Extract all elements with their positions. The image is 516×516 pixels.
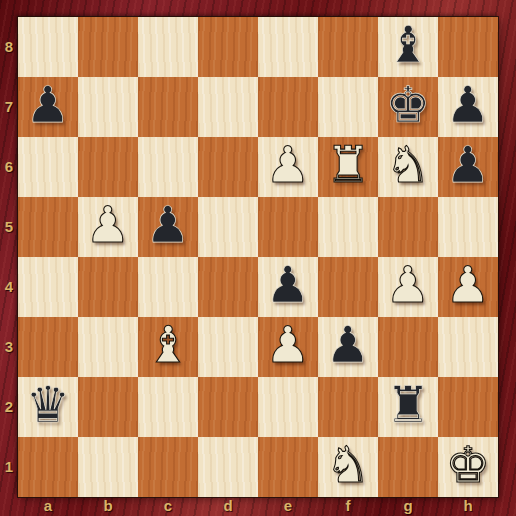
square-c8[interactable] [138,17,198,77]
square-d6[interactable] [198,137,258,197]
square-h6[interactable]: ♟ [438,137,498,197]
piece-black-pawn[interactable]: ♟ [446,80,491,130]
square-d4[interactable] [198,257,258,317]
square-a2[interactable]: ♛ [18,377,78,437]
square-h1[interactable]: ♚ [438,437,498,497]
rank-label-1: 1 [0,437,18,497]
square-b6[interactable] [78,137,138,197]
square-d8[interactable] [198,17,258,77]
square-a8[interactable] [18,17,78,77]
file-label-d: d [198,497,258,516]
square-a3[interactable] [18,317,78,377]
piece-white-rook[interactable]: ♜ [326,140,371,190]
square-g6[interactable]: ♞ [378,137,438,197]
square-b2[interactable] [78,377,138,437]
piece-black-rook[interactable]: ♜ [386,380,431,430]
piece-white-pawn[interactable]: ♟ [86,200,131,250]
square-e7[interactable] [258,77,318,137]
piece-black-pawn[interactable]: ♟ [266,260,311,310]
rank-label-6: 6 [0,137,18,197]
rank-labels: 87654321 [0,17,18,497]
square-b1[interactable] [78,437,138,497]
square-c2[interactable] [138,377,198,437]
square-h3[interactable] [438,317,498,377]
square-e5[interactable] [258,197,318,257]
square-g5[interactable] [378,197,438,257]
rank-label-5: 5 [0,197,18,257]
square-e2[interactable] [258,377,318,437]
piece-black-pawn[interactable]: ♟ [146,200,191,250]
piece-black-pawn[interactable]: ♟ [446,140,491,190]
piece-white-pawn[interactable]: ♟ [266,320,311,370]
square-f5[interactable] [318,197,378,257]
rank-label-4: 4 [0,257,18,317]
piece-white-pawn[interactable]: ♟ [386,260,431,310]
chess-board[interactable]: ♝♟♚♟♟♜♞♟♟♟♟♟♟♝♟♟♛♜♞♚ [18,17,498,497]
piece-white-knight[interactable]: ♞ [386,140,431,190]
file-labels: abcdefgh [18,497,498,516]
square-a6[interactable] [18,137,78,197]
piece-black-queen[interactable]: ♛ [26,380,71,430]
square-c1[interactable] [138,437,198,497]
square-d2[interactable] [198,377,258,437]
square-b7[interactable] [78,77,138,137]
square-b8[interactable] [78,17,138,77]
square-d3[interactable] [198,317,258,377]
square-h7[interactable]: ♟ [438,77,498,137]
square-e1[interactable] [258,437,318,497]
square-c4[interactable] [138,257,198,317]
square-c6[interactable] [138,137,198,197]
square-g7[interactable]: ♚ [378,77,438,137]
file-label-a: a [18,497,78,516]
file-label-c: c [138,497,198,516]
square-d5[interactable] [198,197,258,257]
square-g3[interactable] [378,317,438,377]
square-f6[interactable]: ♜ [318,137,378,197]
square-c7[interactable] [138,77,198,137]
square-g4[interactable]: ♟ [378,257,438,317]
square-f2[interactable] [318,377,378,437]
square-e3[interactable]: ♟ [258,317,318,377]
square-b4[interactable] [78,257,138,317]
square-f8[interactable] [318,17,378,77]
square-g8[interactable]: ♝ [378,17,438,77]
piece-white-knight[interactable]: ♞ [326,440,371,490]
piece-black-king[interactable]: ♚ [386,80,431,130]
piece-black-pawn[interactable]: ♟ [26,80,71,130]
rank-label-3: 3 [0,317,18,377]
square-a7[interactable]: ♟ [18,77,78,137]
square-c3[interactable]: ♝ [138,317,198,377]
square-c5[interactable]: ♟ [138,197,198,257]
square-d1[interactable] [198,437,258,497]
square-e6[interactable]: ♟ [258,137,318,197]
piece-white-pawn[interactable]: ♟ [446,260,491,310]
board-frame: 87654321 ♝♟♚♟♟♜♞♟♟♟♟♟♟♝♟♟♛♜♞♚ abcdefgh [0,0,516,516]
square-b5[interactable]: ♟ [78,197,138,257]
square-f4[interactable] [318,257,378,317]
file-label-e: e [258,497,318,516]
square-g2[interactable]: ♜ [378,377,438,437]
square-g1[interactable] [378,437,438,497]
square-h5[interactable] [438,197,498,257]
square-a1[interactable] [18,437,78,497]
square-e8[interactable] [258,17,318,77]
square-h4[interactable]: ♟ [438,257,498,317]
square-a4[interactable] [18,257,78,317]
piece-black-bishop[interactable]: ♝ [386,20,431,70]
rank-label-7: 7 [0,77,18,137]
piece-white-pawn[interactable]: ♟ [266,140,311,190]
rank-label-8: 8 [0,17,18,77]
square-b3[interactable] [78,317,138,377]
square-f7[interactable] [318,77,378,137]
rank-label-2: 2 [0,377,18,437]
square-f1[interactable]: ♞ [318,437,378,497]
file-label-b: b [78,497,138,516]
square-a5[interactable] [18,197,78,257]
square-h8[interactable] [438,17,498,77]
square-h2[interactable] [438,377,498,437]
piece-black-pawn[interactable]: ♟ [326,320,371,370]
file-label-f: f [318,497,378,516]
square-f3[interactable]: ♟ [318,317,378,377]
square-e4[interactable]: ♟ [258,257,318,317]
piece-white-king[interactable]: ♚ [446,440,491,490]
file-label-h: h [438,497,498,516]
piece-white-bishop[interactable]: ♝ [146,320,191,370]
file-label-g: g [378,497,438,516]
square-d7[interactable] [198,77,258,137]
